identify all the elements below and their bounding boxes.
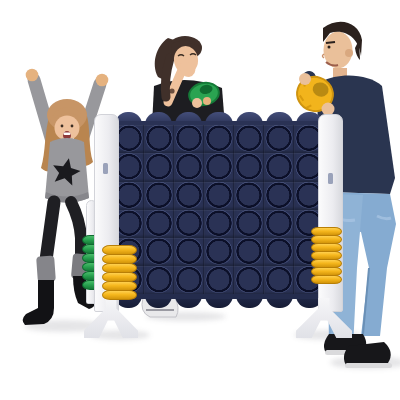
cell-r5-c2[interactable] <box>144 238 174 266</box>
product-photo-scene <box>0 0 400 400</box>
cell-r4-c6[interactable] <box>264 210 294 238</box>
scallop-bump <box>236 295 263 308</box>
scallop-bump <box>205 112 232 125</box>
cell-r1-c6[interactable] <box>264 125 294 153</box>
cell-r6-c2[interactable] <box>144 266 174 294</box>
cell-r3-c6[interactable] <box>264 182 294 210</box>
frame-latch <box>103 163 108 174</box>
cell-r2-c5[interactable] <box>234 153 264 181</box>
scallop-bump <box>205 295 232 308</box>
cell-r3-c2[interactable] <box>144 182 174 210</box>
connect-four-board <box>112 112 326 308</box>
cell-r3-c5[interactable] <box>234 182 264 210</box>
cell-r5-c4[interactable] <box>204 238 234 266</box>
scallop-bump <box>145 295 172 308</box>
man-sneakers <box>324 334 392 368</box>
cell-r4-c5[interactable] <box>234 210 264 238</box>
girl-fist <box>96 74 109 87</box>
yellow-ring <box>311 275 342 285</box>
cell-r5-c5[interactable] <box>234 238 264 266</box>
yellow-ring <box>102 290 137 301</box>
girl-torso <box>45 138 89 203</box>
cell-r2-c2[interactable] <box>144 153 174 181</box>
scallop-bump <box>266 295 293 308</box>
cell-r2-c4[interactable] <box>204 153 234 181</box>
cell-r4-c3[interactable] <box>174 210 204 238</box>
cell-r2-c3[interactable] <box>174 153 204 181</box>
yellow-ring-stack-left <box>102 246 137 300</box>
frame-latch <box>328 173 333 184</box>
girl-boot-cuff <box>36 255 56 282</box>
cell-r1-c3[interactable] <box>174 125 204 153</box>
woman-tattoo <box>169 88 174 93</box>
scallop-bump <box>175 112 202 125</box>
scallop-bump <box>145 112 172 125</box>
cell-r3-c4[interactable] <box>204 182 234 210</box>
man-hand <box>299 73 311 85</box>
cell-r6-c6[interactable] <box>264 266 294 294</box>
cell-r5-c3[interactable] <box>174 238 204 266</box>
cell-r6-c4[interactable] <box>204 266 234 294</box>
cell-r1-c4[interactable] <box>204 125 234 153</box>
cell-r2-c6[interactable] <box>264 153 294 181</box>
scallop-bump <box>175 295 202 308</box>
woman-braid <box>165 58 170 97</box>
cell-r3-c3[interactable] <box>174 182 204 210</box>
cell-r6-c3[interactable] <box>174 266 204 294</box>
cell-r1-c2[interactable] <box>144 125 174 153</box>
girl-fist <box>26 69 39 82</box>
cell-r1-c5[interactable] <box>234 125 264 153</box>
cell-r4-c4[interactable] <box>204 210 234 238</box>
girl-boot <box>23 280 54 325</box>
board-top-scallop <box>112 112 326 125</box>
cell-r5-c6[interactable] <box>264 238 294 266</box>
cell-r4-c2[interactable] <box>144 210 174 238</box>
cell-r6-c5[interactable] <box>234 266 264 294</box>
board-bottom-scallop <box>112 295 326 308</box>
board-grid <box>112 125 326 295</box>
yellow-ring-stack-right <box>311 228 342 284</box>
scallop-bump <box>266 112 293 125</box>
man-head <box>323 22 363 82</box>
scallop-bump <box>236 112 263 125</box>
